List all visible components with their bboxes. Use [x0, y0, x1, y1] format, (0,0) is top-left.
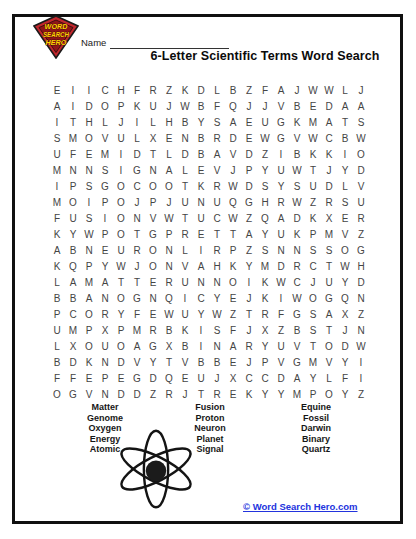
grid-cell-r11c2[interactable]: B: [65, 242, 81, 258]
grid-cell-r13c11[interactable]: N: [209, 274, 225, 290]
grid-cell-r18c10[interactable]: B: [193, 354, 209, 370]
grid-cell-r1c9[interactable]: K: [177, 82, 193, 98]
grid-cell-r6c9[interactable]: L: [177, 162, 193, 178]
grid-cell-r15c2[interactable]: C: [65, 306, 81, 322]
grid-cell-r7c18[interactable]: D: [321, 178, 337, 194]
grid-cell-r17c4[interactable]: U: [97, 338, 113, 354]
grid-cell-r17c6[interactable]: A: [129, 338, 145, 354]
grid-cell-r13c14[interactable]: K: [257, 274, 273, 290]
grid-cell-r2c16[interactable]: B: [289, 98, 305, 114]
grid-cell-r19c6[interactable]: G: [129, 370, 145, 386]
grid-cell-r17c8[interactable]: X: [161, 338, 177, 354]
grid-cell-r16c4[interactable]: X: [97, 322, 113, 338]
grid-cell-r16c12[interactable]: F: [225, 322, 241, 338]
grid-cell-r18c13[interactable]: J: [241, 354, 257, 370]
grid-cell-r20c2[interactable]: G: [65, 386, 81, 402]
grid-cell-r13c17[interactable]: J: [305, 274, 321, 290]
grid-cell-r3c4[interactable]: L: [97, 114, 113, 130]
grid-cell-r10c14[interactable]: Y: [257, 226, 273, 242]
grid-cell-r7c17[interactable]: U: [305, 178, 321, 194]
grid-cell-r4c12[interactable]: D: [225, 130, 241, 146]
grid-cell-r12c16[interactable]: R: [289, 258, 305, 274]
grid-cell-r18c5[interactable]: D: [113, 354, 129, 370]
grid-cell-r4c14[interactable]: W: [257, 130, 273, 146]
grid-cell-r10c9[interactable]: R: [177, 226, 193, 242]
grid-cell-r15c9[interactable]: U: [177, 306, 193, 322]
grid-cell-r9c5[interactable]: O: [113, 210, 129, 226]
grid-cell-r2c19[interactable]: A: [337, 98, 353, 114]
grid-cell-r16c2[interactable]: M: [65, 322, 81, 338]
grid-cell-r10c19[interactable]: V: [337, 226, 353, 242]
grid-cell-r12c20[interactable]: H: [353, 258, 369, 274]
grid-cell-r7c16[interactable]: S: [289, 178, 305, 194]
grid-cell-r5c17[interactable]: K: [305, 146, 321, 162]
grid-cell-r9c15[interactable]: A: [273, 210, 289, 226]
grid-cell-r1c6[interactable]: F: [129, 82, 145, 98]
grid-cell-r18c14[interactable]: P: [257, 354, 273, 370]
grid-cell-r11c5[interactable]: U: [113, 242, 129, 258]
grid-cell-r10c20[interactable]: Z: [353, 226, 369, 242]
grid-cell-r15c14[interactable]: R: [257, 306, 273, 322]
grid-cell-r12c15[interactable]: D: [273, 258, 289, 274]
grid-cell-r5c11[interactable]: A: [209, 146, 225, 162]
grid-cell-r12c4[interactable]: Y: [97, 258, 113, 274]
grid-cell-r19c5[interactable]: E: [113, 370, 129, 386]
grid-cell-r10c4[interactable]: P: [97, 226, 113, 242]
grid-cell-r4c4[interactable]: V: [97, 130, 113, 146]
grid-cell-r13c5[interactable]: T: [113, 274, 129, 290]
grid-cell-r11c3[interactable]: N: [81, 242, 97, 258]
grid-cell-r4c7[interactable]: X: [145, 130, 161, 146]
grid-cell-r2c14[interactable]: J: [257, 98, 273, 114]
grid-cell-r19c10[interactable]: U: [193, 370, 209, 386]
grid-cell-r16c3[interactable]: P: [81, 322, 97, 338]
grid-cell-r6c6[interactable]: G: [129, 162, 145, 178]
grid-cell-r2c15[interactable]: V: [273, 98, 289, 114]
grid-cell-r19c3[interactable]: E: [81, 370, 97, 386]
grid-cell-r11c1[interactable]: A: [49, 242, 65, 258]
grid-cell-r15c19[interactable]: X: [337, 306, 353, 322]
grid-cell-r3c19[interactable]: T: [337, 114, 353, 130]
grid-cell-r8c15[interactable]: R: [273, 194, 289, 210]
grid-cell-r20c1[interactable]: O: [49, 386, 65, 402]
grid-cell-r19c20[interactable]: I: [353, 370, 369, 386]
grid-cell-r8c9[interactable]: U: [177, 194, 193, 210]
grid-cell-r12c5[interactable]: W: [113, 258, 129, 274]
grid-cell-r10c18[interactable]: M: [321, 226, 337, 242]
grid-cell-r5c7[interactable]: T: [145, 146, 161, 162]
grid-cell-r19c13[interactable]: C: [241, 370, 257, 386]
grid-cell-r18c9[interactable]: V: [177, 354, 193, 370]
grid-cell-r15c20[interactable]: Z: [353, 306, 369, 322]
grid-cell-r8c13[interactable]: G: [241, 194, 257, 210]
grid-cell-r11c15[interactable]: N: [273, 242, 289, 258]
grid-cell-r14c8[interactable]: Q: [161, 290, 177, 306]
grid-cell-r7c19[interactable]: L: [337, 178, 353, 194]
grid-cell-r9c8[interactable]: W: [161, 210, 177, 226]
grid-cell-r6c17[interactable]: T: [305, 162, 321, 178]
grid-cell-r14c11[interactable]: Y: [209, 290, 225, 306]
grid-cell-r12c17[interactable]: C: [305, 258, 321, 274]
grid-cell-r12c11[interactable]: H: [209, 258, 225, 274]
grid-cell-r15c10[interactable]: Y: [193, 306, 209, 322]
grid-cell-r2c17[interactable]: E: [305, 98, 321, 114]
grid-cell-r11c6[interactable]: R: [129, 242, 145, 258]
grid-cell-r6c11[interactable]: V: [209, 162, 225, 178]
grid-cell-r3c18[interactable]: A: [321, 114, 337, 130]
grid-cell-r10c6[interactable]: T: [129, 226, 145, 242]
grid-cell-r12c6[interactable]: J: [129, 258, 145, 274]
grid-cell-r17c1[interactable]: L: [49, 338, 65, 354]
grid-cell-r14c2[interactable]: B: [65, 290, 81, 306]
grid-cell-r5c10[interactable]: B: [193, 146, 209, 162]
grid-cell-r20c6[interactable]: D: [129, 386, 145, 402]
grid-cell-r2c20[interactable]: A: [353, 98, 369, 114]
grid-cell-r12c14[interactable]: M: [257, 258, 273, 274]
grid-cell-r5c4[interactable]: M: [97, 146, 113, 162]
grid-cell-r6c1[interactable]: M: [49, 162, 65, 178]
grid-cell-r12c1[interactable]: K: [49, 258, 65, 274]
grid-cell-r1c18[interactable]: W: [321, 82, 337, 98]
grid-cell-r7c10[interactable]: K: [193, 178, 209, 194]
grid-cell-r13c1[interactable]: L: [49, 274, 65, 290]
grid-cell-r5c18[interactable]: K: [321, 146, 337, 162]
grid-cell-r1c4[interactable]: C: [97, 82, 113, 98]
grid-cell-r12c18[interactable]: T: [321, 258, 337, 274]
grid-cell-r2c12[interactable]: Q: [225, 98, 241, 114]
grid-cell-r16c17[interactable]: S: [305, 322, 321, 338]
grid-cell-r20c19[interactable]: Y: [337, 386, 353, 402]
grid-cell-r6c19[interactable]: Y: [337, 162, 353, 178]
grid-cell-r15c6[interactable]: F: [129, 306, 145, 322]
grid-cell-r19c18[interactable]: L: [321, 370, 337, 386]
grid-cell-r2c3[interactable]: D: [81, 98, 97, 114]
grid-cell-r10c12[interactable]: T: [225, 226, 241, 242]
grid-cell-r12c2[interactable]: Q: [65, 258, 81, 274]
grid-cell-r20c16[interactable]: M: [289, 386, 305, 402]
grid-cell-r14c17[interactable]: O: [305, 290, 321, 306]
grid-cell-r15c7[interactable]: E: [145, 306, 161, 322]
grid-cell-r13c2[interactable]: A: [65, 274, 81, 290]
grid-cell-r2c9[interactable]: W: [177, 98, 193, 114]
grid-cell-r9c10[interactable]: U: [193, 210, 209, 226]
grid-cell-r14c7[interactable]: N: [145, 290, 161, 306]
grid-cell-r15c1[interactable]: P: [49, 306, 65, 322]
grid-cell-r17c2[interactable]: X: [65, 338, 81, 354]
grid-cell-r17c11[interactable]: N: [209, 338, 225, 354]
grid-cell-r5c2[interactable]: F: [65, 146, 81, 162]
grid-cell-r1c15[interactable]: A: [273, 82, 289, 98]
grid-cell-r14c4[interactable]: N: [97, 290, 113, 306]
grid-cell-r16c20[interactable]: N: [353, 322, 369, 338]
grid-cell-r4c15[interactable]: G: [273, 130, 289, 146]
grid-cell-r7c5[interactable]: O: [113, 178, 129, 194]
grid-cell-r3c5[interactable]: J: [113, 114, 129, 130]
grid-cell-r9c18[interactable]: X: [321, 210, 337, 226]
name-fill-line[interactable]: [110, 38, 229, 49]
grid-cell-r10c1[interactable]: K: [49, 226, 65, 242]
grid-cell-r17c14[interactable]: Y: [257, 338, 273, 354]
grid-cell-r15c11[interactable]: W: [209, 306, 225, 322]
grid-cell-r1c5[interactable]: H: [113, 82, 129, 98]
grid-cell-r9c6[interactable]: N: [129, 210, 145, 226]
grid-cell-r2c1[interactable]: A: [49, 98, 65, 114]
grid-cell-r14c18[interactable]: G: [321, 290, 337, 306]
grid-cell-r3c3[interactable]: H: [81, 114, 97, 130]
grid-cell-r8c17[interactable]: Z: [305, 194, 321, 210]
grid-cell-r4c11[interactable]: R: [209, 130, 225, 146]
grid-cell-r17c19[interactable]: D: [337, 338, 353, 354]
grid-cell-r13c9[interactable]: U: [177, 274, 193, 290]
grid-cell-r5c6[interactable]: D: [129, 146, 145, 162]
grid-cell-r7c8[interactable]: O: [161, 178, 177, 194]
grid-cell-r17c17[interactable]: T: [305, 338, 321, 354]
grid-cell-r5c1[interactable]: U: [49, 146, 65, 162]
grid-cell-r6c7[interactable]: N: [145, 162, 161, 178]
grid-cell-r10c16[interactable]: K: [289, 226, 305, 242]
grid-cell-r14c14[interactable]: K: [257, 290, 273, 306]
grid-cell-r14c9[interactable]: I: [177, 290, 193, 306]
grid-cell-r14c12[interactable]: E: [225, 290, 241, 306]
grid-cell-r8c1[interactable]: M: [49, 194, 65, 210]
grid-cell-r11c19[interactable]: O: [337, 242, 353, 258]
grid-cell-r17c20[interactable]: W: [353, 338, 369, 354]
grid-cell-r8c18[interactable]: R: [321, 194, 337, 210]
grid-cell-r19c17[interactable]: Y: [305, 370, 321, 386]
grid-cell-r4c10[interactable]: B: [193, 130, 209, 146]
grid-cell-r3c14[interactable]: U: [257, 114, 273, 130]
grid-cell-r9c4[interactable]: I: [97, 210, 113, 226]
grid-cell-r4c3[interactable]: O: [81, 130, 97, 146]
grid-cell-r14c6[interactable]: G: [129, 290, 145, 306]
grid-cell-r1c19[interactable]: L: [337, 82, 353, 98]
grid-cell-r20c12[interactable]: E: [225, 386, 241, 402]
grid-cell-r12c3[interactable]: P: [81, 258, 97, 274]
grid-cell-r12c7[interactable]: O: [145, 258, 161, 274]
grid-cell-r3c8[interactable]: H: [161, 114, 177, 130]
grid-cell-r17c9[interactable]: B: [177, 338, 193, 354]
grid-cell-r13c13[interactable]: I: [241, 274, 257, 290]
grid-cell-r11c17[interactable]: S: [305, 242, 321, 258]
grid-cell-r8c20[interactable]: U: [353, 194, 369, 210]
grid-cell-r18c1[interactable]: B: [49, 354, 65, 370]
grid-cell-r13c12[interactable]: O: [225, 274, 241, 290]
grid-cell-r2c5[interactable]: P: [113, 98, 129, 114]
grid-cell-r20c5[interactable]: D: [113, 386, 129, 402]
grid-cell-r8c5[interactable]: O: [113, 194, 129, 210]
grid-cell-r6c18[interactable]: J: [321, 162, 337, 178]
grid-cell-r1c12[interactable]: B: [225, 82, 241, 98]
grid-cell-r6c8[interactable]: A: [161, 162, 177, 178]
grid-cell-r19c11[interactable]: J: [209, 370, 225, 386]
grid-cell-r18c11[interactable]: B: [209, 354, 225, 370]
grid-cell-r3c7[interactable]: L: [145, 114, 161, 130]
grid-cell-r16c5[interactable]: P: [113, 322, 129, 338]
grid-cell-r6c2[interactable]: N: [65, 162, 81, 178]
grid-cell-r16c14[interactable]: X: [257, 322, 273, 338]
grid-cell-r1c11[interactable]: L: [209, 82, 225, 98]
grid-cell-r9c20[interactable]: R: [353, 210, 369, 226]
grid-cell-r8c3[interactable]: I: [81, 194, 97, 210]
grid-cell-r20c18[interactable]: O: [321, 386, 337, 402]
grid-cell-r15c17[interactable]: S: [305, 306, 321, 322]
grid-cell-r11c4[interactable]: E: [97, 242, 113, 258]
grid-cell-r18c4[interactable]: N: [97, 354, 113, 370]
grid-cell-r14c10[interactable]: C: [193, 290, 209, 306]
grid-cell-r16c1[interactable]: U: [49, 322, 65, 338]
grid-cell-r6c15[interactable]: U: [273, 162, 289, 178]
grid-cell-r17c5[interactable]: O: [113, 338, 129, 354]
grid-cell-r18c3[interactable]: K: [81, 354, 97, 370]
grid-cell-r19c19[interactable]: F: [337, 370, 353, 386]
grid-cell-r15c8[interactable]: W: [161, 306, 177, 322]
grid-cell-r9c13[interactable]: Z: [241, 210, 257, 226]
grid-cell-r18c18[interactable]: V: [321, 354, 337, 370]
grid-cell-r12c19[interactable]: W: [337, 258, 353, 274]
grid-cell-r6c5[interactable]: I: [113, 162, 129, 178]
grid-cell-r14c5[interactable]: O: [113, 290, 129, 306]
grid-cell-r16c6[interactable]: M: [129, 322, 145, 338]
grid-cell-r1c13[interactable]: Z: [241, 82, 257, 98]
grid-cell-r13c18[interactable]: U: [321, 274, 337, 290]
grid-cell-r5c16[interactable]: B: [289, 146, 305, 162]
grid-cell-r5c5[interactable]: I: [113, 146, 129, 162]
grid-cell-r19c1[interactable]: F: [49, 370, 65, 386]
grid-cell-r3c17[interactable]: M: [305, 114, 321, 130]
grid-cell-r7c1[interactable]: I: [49, 178, 65, 194]
grid-cell-r19c4[interactable]: P: [97, 370, 113, 386]
grid-cell-r8c14[interactable]: H: [257, 194, 273, 210]
grid-cell-r14c16[interactable]: W: [289, 290, 305, 306]
grid-cell-r20c4[interactable]: N: [97, 386, 113, 402]
grid-cell-r13c4[interactable]: A: [97, 274, 113, 290]
grid-cell-r5c19[interactable]: I: [337, 146, 353, 162]
grid-cell-r1c14[interactable]: F: [257, 82, 273, 98]
grid-cell-r7c12[interactable]: W: [225, 178, 241, 194]
grid-cell-r9c16[interactable]: D: [289, 210, 305, 226]
grid-cell-r18c8[interactable]: T: [161, 354, 177, 370]
grid-cell-r16c8[interactable]: B: [161, 322, 177, 338]
grid-cell-r4c6[interactable]: L: [129, 130, 145, 146]
grid-cell-r8c4[interactable]: P: [97, 194, 113, 210]
grid-cell-r3c15[interactable]: G: [273, 114, 289, 130]
grid-cell-r4c5[interactable]: U: [113, 130, 129, 146]
grid-cell-r20c14[interactable]: Y: [257, 386, 273, 402]
grid-cell-r19c15[interactable]: D: [273, 370, 289, 386]
grid-cell-r5c15[interactable]: I: [273, 146, 289, 162]
grid-cell-r20c20[interactable]: Z: [353, 386, 369, 402]
grid-cell-r6c16[interactable]: W: [289, 162, 305, 178]
grid-cell-r3c6[interactable]: I: [129, 114, 145, 130]
grid-cell-r7c20[interactable]: V: [353, 178, 369, 194]
grid-cell-r1c17[interactable]: W: [305, 82, 321, 98]
grid-cell-r19c12[interactable]: X: [225, 370, 241, 386]
grid-cell-r11c16[interactable]: N: [289, 242, 305, 258]
grid-cell-r6c20[interactable]: D: [353, 162, 369, 178]
grid-cell-r11c10[interactable]: I: [193, 242, 209, 258]
grid-cell-r10c15[interactable]: U: [273, 226, 289, 242]
grid-cell-r19c9[interactable]: E: [177, 370, 193, 386]
grid-cell-r2c4[interactable]: O: [97, 98, 113, 114]
grid-cell-r8c7[interactable]: P: [145, 194, 161, 210]
grid-cell-r1c16[interactable]: J: [289, 82, 305, 98]
grid-cell-r5c3[interactable]: E: [81, 146, 97, 162]
grid-cell-r1c8[interactable]: Z: [161, 82, 177, 98]
grid-cell-r5c14[interactable]: Z: [257, 146, 273, 162]
grid-cell-r18c12[interactable]: E: [225, 354, 241, 370]
grid-cell-r15c18[interactable]: A: [321, 306, 337, 322]
grid-cell-r16c15[interactable]: Z: [273, 322, 289, 338]
grid-cell-r6c12[interactable]: J: [225, 162, 241, 178]
grid-cell-r9c2[interactable]: U: [65, 210, 81, 226]
grid-cell-r19c8[interactable]: Q: [161, 370, 177, 386]
grid-cell-r12c12[interactable]: K: [225, 258, 241, 274]
grid-cell-r3c11[interactable]: S: [209, 114, 225, 130]
grid-cell-r2c2[interactable]: I: [65, 98, 81, 114]
grid-cell-r20c3[interactable]: V: [81, 386, 97, 402]
grid-cell-r15c12[interactable]: Z: [225, 306, 241, 322]
grid-cell-r9c17[interactable]: K: [305, 210, 321, 226]
grid-cell-r10c10[interactable]: E: [193, 226, 209, 242]
grid-cell-r13c3[interactable]: M: [81, 274, 97, 290]
grid-cell-r1c1[interactable]: E: [49, 82, 65, 98]
grid-cell-r7c4[interactable]: G: [97, 178, 113, 194]
grid-cell-r20c10[interactable]: T: [193, 386, 209, 402]
grid-cell-r19c7[interactable]: D: [145, 370, 161, 386]
grid-cell-r6c10[interactable]: E: [193, 162, 209, 178]
grid-cell-r8c8[interactable]: J: [161, 194, 177, 210]
grid-cell-r15c15[interactable]: F: [273, 306, 289, 322]
grid-cell-r7c14[interactable]: S: [257, 178, 273, 194]
grid-cell-r11c11[interactable]: R: [209, 242, 225, 258]
grid-cell-r16c11[interactable]: S: [209, 322, 225, 338]
grid-cell-r6c3[interactable]: N: [81, 162, 97, 178]
grid-cell-r8c19[interactable]: S: [337, 194, 353, 210]
grid-cell-r8c2[interactable]: O: [65, 194, 81, 210]
grid-cell-r17c15[interactable]: U: [273, 338, 289, 354]
grid-cell-r11c12[interactable]: P: [225, 242, 241, 258]
grid-cell-r17c13[interactable]: R: [241, 338, 257, 354]
grid-cell-r3c13[interactable]: E: [241, 114, 257, 130]
grid-cell-r16c9[interactable]: K: [177, 322, 193, 338]
grid-cell-r19c2[interactable]: F: [65, 370, 81, 386]
grid-cell-r7c3[interactable]: S: [81, 178, 97, 194]
grid-cell-r2c6[interactable]: K: [129, 98, 145, 114]
grid-cell-r5c20[interactable]: O: [353, 146, 369, 162]
grid-cell-r4c9[interactable]: N: [177, 130, 193, 146]
grid-cell-r6c4[interactable]: S: [97, 162, 113, 178]
grid-cell-r10c13[interactable]: A: [241, 226, 257, 242]
grid-cell-r16c18[interactable]: T: [321, 322, 337, 338]
grid-cell-r11c9[interactable]: L: [177, 242, 193, 258]
grid-cell-r10c8[interactable]: P: [161, 226, 177, 242]
grid-cell-r4c18[interactable]: C: [321, 130, 337, 146]
grid-cell-r11c7[interactable]: O: [145, 242, 161, 258]
grid-cell-r17c3[interactable]: O: [81, 338, 97, 354]
grid-cell-r18c2[interactable]: D: [65, 354, 81, 370]
grid-cell-r17c12[interactable]: A: [225, 338, 241, 354]
grid-cell-r17c16[interactable]: V: [289, 338, 305, 354]
grid-cell-r8c12[interactable]: Q: [225, 194, 241, 210]
grid-cell-r13c15[interactable]: W: [273, 274, 289, 290]
grid-cell-r4c19[interactable]: B: [337, 130, 353, 146]
grid-cell-r3c12[interactable]: A: [225, 114, 241, 130]
grid-cell-r1c3[interactable]: I: [81, 82, 97, 98]
grid-cell-r1c20[interactable]: J: [353, 82, 369, 98]
grid-cell-r15c16[interactable]: G: [289, 306, 305, 322]
grid-cell-r14c20[interactable]: N: [353, 290, 369, 306]
grid-cell-r5c8[interactable]: L: [161, 146, 177, 162]
